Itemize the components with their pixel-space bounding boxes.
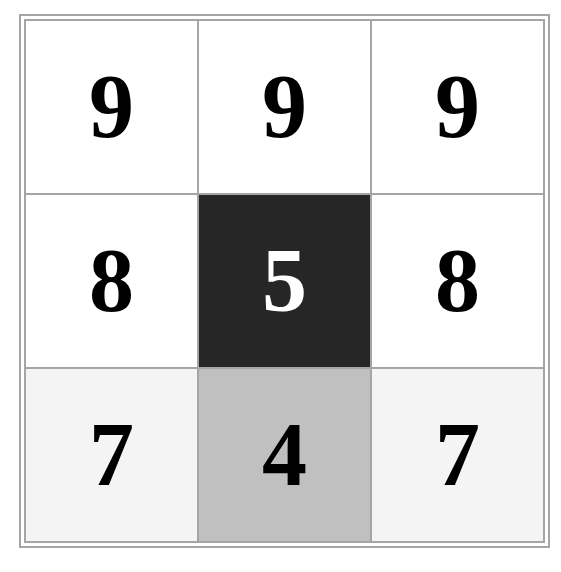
cell-r2c2[interactable]: 5 [199,195,370,367]
cell-r1c1[interactable]: 9 [26,21,197,193]
cell-r2c3[interactable]: 8 [372,195,543,367]
cell-r1c2[interactable]: 9 [199,21,370,193]
puzzle-board: 9 9 9 8 5 8 7 4 7 [24,19,545,543]
cell-r3c3[interactable]: 7 [372,369,543,541]
puzzle-board-frame: 9 9 9 8 5 8 7 4 7 [19,14,550,548]
cell-r3c2[interactable]: 4 [199,369,370,541]
cell-r1c3[interactable]: 9 [372,21,543,193]
cell-r3c1[interactable]: 7 [26,369,197,541]
cell-r2c1[interactable]: 8 [26,195,197,367]
page: 9 9 9 8 5 8 7 4 7 [0,0,561,572]
